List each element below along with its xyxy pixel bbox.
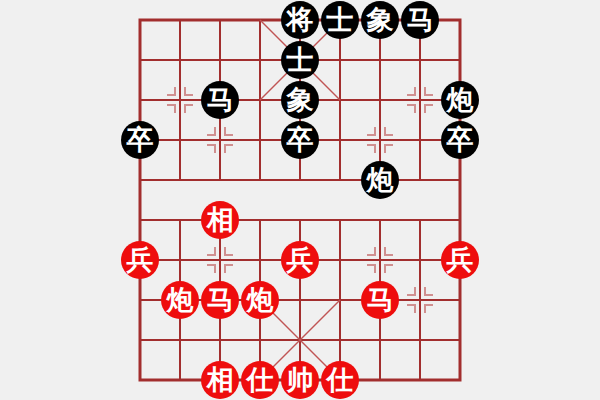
piece-black-马[interactable]: 马	[401, 1, 439, 39]
piece-red-仕[interactable]: 仕	[321, 361, 359, 399]
piece-glyph: 帅	[287, 361, 314, 399]
piece-glyph: 将	[287, 1, 314, 39]
piece-glyph: 兵	[447, 241, 474, 279]
piece-black-马[interactable]: 马	[201, 81, 239, 119]
piece-glyph: 炮	[247, 281, 274, 319]
piece-red-炮[interactable]: 炮	[241, 281, 279, 319]
piece-red-兵[interactable]: 兵	[281, 241, 319, 279]
piece-black-士[interactable]: 士	[281, 41, 319, 79]
piece-glyph: 马	[207, 281, 234, 319]
piece-black-卒[interactable]: 卒	[281, 121, 319, 159]
piece-red-马[interactable]: 马	[201, 281, 239, 319]
piece-glyph: 炮	[367, 161, 394, 199]
piece-glyph: 相	[207, 201, 234, 239]
piece-red-马[interactable]: 马	[361, 281, 399, 319]
piece-red-帅[interactable]: 帅	[281, 361, 319, 399]
piece-red-相[interactable]: 相	[201, 201, 239, 239]
piece-black-炮[interactable]: 炮	[361, 161, 399, 199]
piece-glyph: 士	[327, 1, 354, 39]
piece-red-炮[interactable]: 炮	[161, 281, 199, 319]
pieces-layer: 将士象马士马象炮卒卒卒炮相兵兵兵炮马炮马相仕帅仕	[0, 0, 600, 400]
piece-black-象[interactable]: 象	[281, 81, 319, 119]
piece-glyph: 卒	[287, 121, 314, 159]
piece-glyph: 卒	[447, 121, 474, 159]
piece-glyph: 仕	[247, 361, 274, 399]
piece-red-兵[interactable]: 兵	[121, 241, 159, 279]
xiangqi-board: 将士象马士马象炮卒卒卒炮相兵兵兵炮马炮马相仕帅仕	[0, 0, 600, 400]
piece-red-相[interactable]: 相	[201, 361, 239, 399]
piece-glyph: 仕	[327, 361, 354, 399]
piece-glyph: 兵	[127, 241, 154, 279]
piece-red-兵[interactable]: 兵	[441, 241, 479, 279]
piece-black-将[interactable]: 将	[281, 1, 319, 39]
piece-black-卒[interactable]: 卒	[441, 121, 479, 159]
piece-black-炮[interactable]: 炮	[441, 81, 479, 119]
piece-black-士[interactable]: 士	[321, 1, 359, 39]
piece-glyph: 马	[407, 1, 434, 39]
piece-glyph: 马	[367, 281, 394, 319]
piece-glyph: 象	[367, 1, 394, 39]
piece-glyph: 相	[207, 361, 234, 399]
piece-black-象[interactable]: 象	[361, 1, 399, 39]
piece-glyph: 卒	[127, 121, 154, 159]
piece-black-卒[interactable]: 卒	[121, 121, 159, 159]
piece-glyph: 马	[207, 81, 234, 119]
piece-glyph: 兵	[287, 241, 314, 279]
piece-glyph: 炮	[167, 281, 194, 319]
piece-glyph: 士	[287, 41, 314, 79]
piece-glyph: 象	[287, 81, 314, 119]
piece-glyph: 炮	[447, 81, 474, 119]
piece-red-仕[interactable]: 仕	[241, 361, 279, 399]
